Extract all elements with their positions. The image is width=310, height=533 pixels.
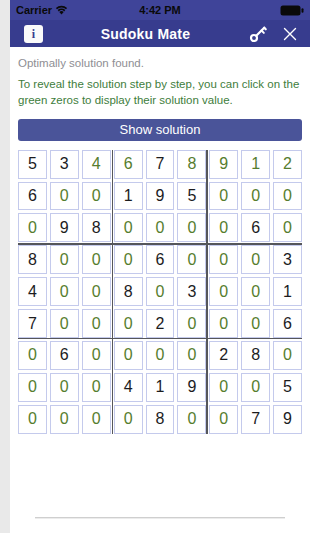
cell-r1c5: 7	[146, 150, 175, 179]
cell-r7c5[interactable]: 0	[146, 341, 175, 370]
info-button[interactable]: i	[24, 25, 43, 43]
cell-r8c7[interactable]: 0	[209, 373, 238, 402]
cell-r3c9[interactable]: 0	[273, 213, 302, 242]
cell-r4c8[interactable]: 0	[241, 245, 270, 274]
cell-r6c7[interactable]: 0	[209, 309, 238, 338]
cell-r5c7[interactable]: 0	[209, 277, 238, 306]
cell-r9c3[interactable]: 0	[82, 405, 111, 434]
battery-icon	[280, 5, 304, 16]
cell-r8c5: 1	[146, 373, 175, 402]
cell-r8c9: 5	[273, 373, 302, 402]
cell-r2c6: 5	[177, 182, 206, 211]
cell-r5c1: 4	[18, 277, 47, 306]
block-separator-horizontal-2	[18, 338, 302, 340]
page-title: Sudoku Mate	[43, 26, 248, 42]
cell-r1c1: 5	[18, 150, 47, 179]
cell-r3c3: 8	[82, 213, 111, 242]
cell-r4c2[interactable]: 0	[50, 245, 79, 274]
sudoku-board: 5346789126001950000980000608000600034008…	[18, 150, 302, 434]
cell-r4c5: 6	[146, 245, 175, 274]
cell-r2c8[interactable]: 0	[241, 182, 270, 211]
cell-r7c3[interactable]: 0	[82, 341, 111, 370]
cell-r1c3[interactable]: 4	[82, 150, 111, 179]
cell-r4c1: 8	[18, 245, 47, 274]
cell-r7c4[interactable]: 0	[114, 341, 143, 370]
cell-r2c4: 1	[114, 182, 143, 211]
instruction-message: To reveal the solution step by step, you…	[18, 76, 302, 109]
cell-r6c1: 7	[18, 309, 47, 338]
close-button[interactable]	[282, 26, 298, 42]
app-window: Carrier 4:42 PM i Sudoku Mate	[10, 0, 310, 533]
cell-r6c9: 6	[273, 309, 302, 338]
cell-r9c9: 9	[273, 405, 302, 434]
cell-r1c9[interactable]: 2	[273, 150, 302, 179]
key-icon	[248, 24, 268, 44]
cell-r3c7[interactable]: 0	[209, 213, 238, 242]
cell-r7c8: 8	[241, 341, 270, 370]
cell-r1c7[interactable]: 9	[209, 150, 238, 179]
carrier-label: Carrier	[16, 4, 52, 16]
cell-r8c4: 4	[114, 373, 143, 402]
cell-r4c4[interactable]: 0	[114, 245, 143, 274]
cell-r7c7: 2	[209, 341, 238, 370]
cell-r3c8: 6	[241, 213, 270, 242]
cell-r2c2[interactable]: 0	[50, 182, 79, 211]
block-separator-vertical-2	[206, 150, 208, 434]
cell-r9c8: 7	[241, 405, 270, 434]
cell-r2c7[interactable]: 0	[209, 182, 238, 211]
cell-r7c2: 6	[50, 341, 79, 370]
status-message: Optimally solution found.	[18, 57, 302, 69]
cell-r3c1[interactable]: 0	[18, 213, 47, 242]
cell-r5c2[interactable]: 0	[50, 277, 79, 306]
cell-r8c3[interactable]: 0	[82, 373, 111, 402]
cell-r8c1[interactable]: 0	[18, 373, 47, 402]
cell-r9c7[interactable]: 0	[209, 405, 238, 434]
cell-r8c8[interactable]: 0	[241, 373, 270, 402]
cell-r4c9: 3	[273, 245, 302, 274]
cell-r3c6[interactable]: 0	[177, 213, 206, 242]
cell-r4c3[interactable]: 0	[82, 245, 111, 274]
cell-r5c9: 1	[273, 277, 302, 306]
cell-r1c4[interactable]: 6	[114, 150, 143, 179]
cell-r2c3[interactable]: 0	[82, 182, 111, 211]
cell-r3c4[interactable]: 0	[114, 213, 143, 242]
cell-r9c5: 8	[146, 405, 175, 434]
cell-r2c1: 6	[18, 182, 47, 211]
cell-r1c8[interactable]: 1	[241, 150, 270, 179]
cell-r1c2: 3	[50, 150, 79, 179]
main-content: Optimally solution found. To reveal the …	[10, 57, 310, 434]
cell-r6c6[interactable]: 0	[177, 309, 206, 338]
cell-r5c6: 3	[177, 277, 206, 306]
cell-r6c4[interactable]: 0	[114, 309, 143, 338]
cell-r9c4[interactable]: 0	[114, 405, 143, 434]
cell-r9c2[interactable]: 0	[50, 405, 79, 434]
key-button[interactable]	[248, 24, 268, 44]
cell-r5c5[interactable]: 0	[146, 277, 175, 306]
cell-r5c3[interactable]: 0	[82, 277, 111, 306]
cell-r8c6: 9	[177, 373, 206, 402]
cell-r2c5: 9	[146, 182, 175, 211]
cell-r7c6[interactable]: 0	[177, 341, 206, 370]
cell-r6c8[interactable]: 0	[241, 309, 270, 338]
cell-r5c4: 8	[114, 277, 143, 306]
cell-r1c6[interactable]: 8	[177, 150, 206, 179]
cell-r7c9[interactable]: 0	[273, 341, 302, 370]
cell-r2c9[interactable]: 0	[273, 182, 302, 211]
close-icon	[282, 26, 298, 42]
clock: 4:42 PM	[102, 4, 218, 16]
cell-r3c5[interactable]: 0	[146, 213, 175, 242]
wifi-icon	[55, 5, 68, 15]
block-separator-vertical-1	[112, 150, 114, 434]
nav-bar: i Sudoku Mate	[10, 20, 310, 47]
cell-r3c2: 9	[50, 213, 79, 242]
cell-r8c2[interactable]: 0	[50, 373, 79, 402]
cell-r6c2[interactable]: 0	[50, 309, 79, 338]
show-solution-button[interactable]: Show solution	[18, 119, 302, 141]
cell-r5c8[interactable]: 0	[241, 277, 270, 306]
info-button-label: i	[32, 27, 35, 41]
block-separator-horizontal-1	[18, 243, 302, 245]
cell-r9c6[interactable]: 0	[177, 405, 206, 434]
cell-r6c3[interactable]: 0	[82, 309, 111, 338]
bottom-divider	[35, 517, 285, 518]
cell-r6c5: 2	[146, 309, 175, 338]
cell-r4c6[interactable]: 0	[177, 245, 206, 274]
status-bar: Carrier 4:42 PM	[10, 0, 310, 20]
cell-r4c7[interactable]: 0	[209, 245, 238, 274]
cell-r9c1[interactable]: 0	[18, 405, 47, 434]
cell-r7c1[interactable]: 0	[18, 341, 47, 370]
